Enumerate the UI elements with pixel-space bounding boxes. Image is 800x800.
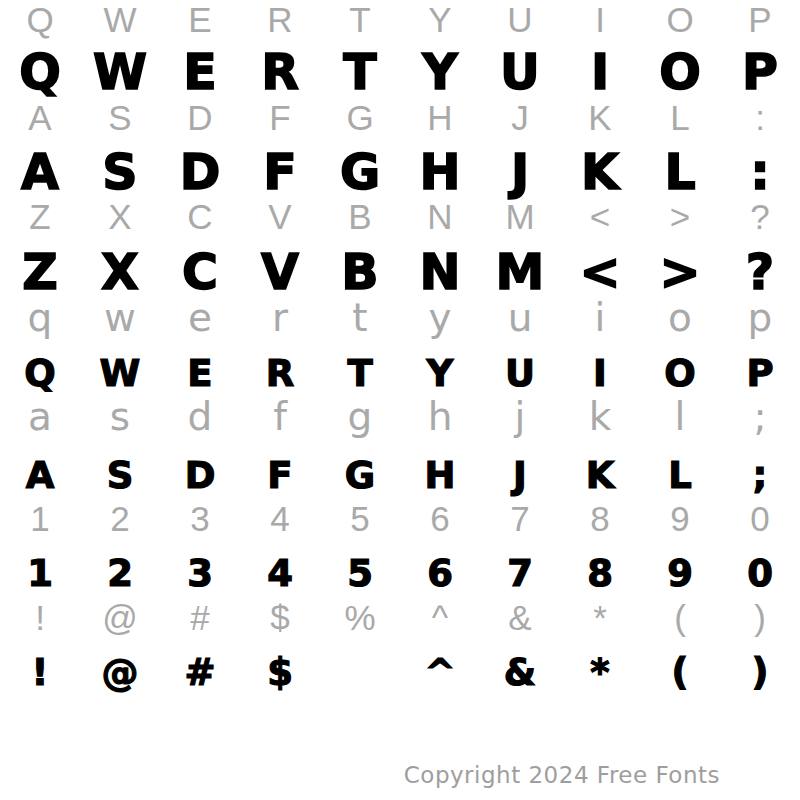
glyph-cell: u [480,298,560,337]
glyph-cell: Q [0,2,80,37]
glyph-cell: $ [240,600,320,635]
glyph-cell: q [0,298,80,337]
glyph-cell: 4 [240,501,320,536]
glyph-cell: U [480,355,560,392]
glyph-cell: C [160,199,240,234]
glyph-cell: Y [400,48,480,97]
glyph-cell: : [720,100,800,135]
glyph-cell: l [640,397,720,436]
glyph-cell: I [560,48,640,97]
glyph-cell: N [400,248,480,297]
glyph-cell: E [160,355,240,392]
glyph-cell: Q [0,355,80,392]
glyph-cell: 3 [160,555,240,592]
glyph-row-14: !@#$^&*() [0,654,800,691]
glyph-cell: S [80,148,160,197]
glyph-cell: R [240,355,320,392]
glyph-row-11: 1234567890 [0,501,800,536]
glyph-cell: J [480,457,560,494]
glyph-cell: G [320,100,400,135]
glyph-cell: A [0,457,80,494]
glyph-row-9: asdfghjkl; [0,397,800,436]
glyph-cell: P [720,355,800,392]
glyph-cell: O [640,355,720,392]
glyph-cell: ( [640,654,720,691]
glyph-cell: X [80,199,160,234]
glyph-cell: > [640,248,720,297]
glyph-row-3: ASDFGHJKL: [0,100,800,135]
glyph-cell: T [320,355,400,392]
glyph-cell: E [160,2,240,37]
glyph-cell: 9 [640,501,720,536]
glyph-cell: * [560,600,640,635]
glyph-cell: ( [640,600,720,635]
glyph-cell: L [640,457,720,494]
glyph-cell: B [320,248,400,297]
glyph-cell: X [80,248,160,297]
glyph-cell: B [320,199,400,234]
glyph-cell: ? [720,199,800,234]
glyph-cell: 0 [720,501,800,536]
glyph-cell: # [160,654,240,691]
glyph-row-6: ZXCVBNM<>? [0,248,800,297]
glyph-cell: K [560,457,640,494]
glyph-cell: & [480,600,560,635]
glyph-cell: R [240,48,320,97]
glyph-cell: G [320,148,400,197]
glyph-cell: p [720,298,800,337]
glyph-cell: 7 [480,501,560,536]
glyph-cell: Y [400,2,480,37]
glyph-cell: J [480,148,560,197]
glyph-cell: f [240,397,320,436]
glyph-cell [320,654,400,691]
glyph-cell: N [400,199,480,234]
glyph-cell: P [720,2,800,37]
glyph-cell: w [80,298,160,337]
glyph-cell: 3 [160,501,240,536]
glyph-row-13: !@#$%^&*() [0,600,800,635]
glyph-cell: i [560,298,640,337]
glyph-row-1: QWERTYUIOP [0,2,800,37]
glyph-cell: 6 [400,501,480,536]
glyph-cell: < [560,248,640,297]
glyph-cell: ) [720,654,800,691]
glyph-cell: T [320,2,400,37]
glyph-cell: % [320,600,400,635]
glyph-cell: Z [0,248,80,297]
glyph-cell: A [0,148,80,197]
glyph-cell: L [640,100,720,135]
glyph-cell: I [560,2,640,37]
glyph-cell: U [480,2,560,37]
glyph-cell: Y [400,355,480,392]
glyph-cell: ; [720,457,800,494]
glyph-cell: ! [0,654,80,691]
glyph-row-10: ASDFGHJKL; [0,457,800,494]
glyph-cell: 8 [560,555,640,592]
glyph-cell: O [640,2,720,37]
glyph-cell: J [480,100,560,135]
glyph-cell: ; [720,397,800,436]
glyph-cell: S [80,100,160,135]
glyph-cell: d [160,397,240,436]
glyph-cell: 0 [720,555,800,592]
glyph-cell: K [560,100,640,135]
glyph-cell: ) [720,600,800,635]
glyph-cell: D [160,457,240,494]
glyph-cell: 9 [640,555,720,592]
glyph-cell: C [160,248,240,297]
glyph-cell: Q [0,48,80,97]
copyright-text: Copyright 2024 Free Fonts [404,762,720,788]
glyph-row-8: QWERTYUIOP [0,355,800,392]
glyph-cell: @ [80,600,160,635]
glyph-cell: ! [0,600,80,635]
glyph-cell: o [640,298,720,337]
glyph-cell: U [480,48,560,97]
glyph-cell: # [160,600,240,635]
glyph-cell: W [80,2,160,37]
glyph-cell: M [480,199,560,234]
glyph-cell: y [400,298,480,337]
glyph-cell: Z [0,199,80,234]
glyph-cell: 8 [560,501,640,536]
glyph-cell: H [400,457,480,494]
glyph-cell: G [320,457,400,494]
glyph-cell: : [720,148,800,197]
glyph-cell: & [480,654,560,691]
glyph-cell: ^ [400,600,480,635]
glyph-cell: F [240,100,320,135]
glyph-cell: W [80,355,160,392]
glyph-cell: H [400,100,480,135]
glyph-row-12: 1234567890 [0,555,800,592]
glyph-cell: H [400,148,480,197]
glyph-cell: > [640,199,720,234]
glyph-cell: O [640,48,720,97]
glyph-cell: P [720,48,800,97]
glyph-cell: V [240,248,320,297]
glyph-cell: V [240,199,320,234]
glyph-cell: r [240,298,320,337]
glyph-cell: 5 [320,501,400,536]
glyph-cell: 1 [0,501,80,536]
glyph-cell: E [160,48,240,97]
glyph-cell: F [240,148,320,197]
glyph-cell: k [560,397,640,436]
glyph-cell: 2 [80,501,160,536]
glyph-cell: a [0,397,80,436]
glyph-cell: L [640,148,720,197]
glyph-cell: e [160,298,240,337]
glyph-cell: 1 [0,555,80,592]
glyph-cell: ^ [400,654,480,691]
glyph-cell: @ [80,654,160,691]
glyph-cell: S [80,457,160,494]
glyph-cell: s [80,397,160,436]
glyph-cell: j [480,397,560,436]
glyph-cell: g [320,397,400,436]
glyph-cell: 2 [80,555,160,592]
glyph-cell: h [400,397,480,436]
glyph-cell: W [80,48,160,97]
glyph-row-7: qwertyuiop [0,298,800,337]
glyph-cell: M [480,248,560,297]
glyph-row-5: ZXCVBNM<>? [0,199,800,234]
glyph-cell: T [320,48,400,97]
glyph-cell: R [240,2,320,37]
glyph-cell: < [560,199,640,234]
glyph-cell: D [160,100,240,135]
glyph-cell: 7 [480,555,560,592]
glyph-cell: 6 [400,555,480,592]
font-specimen-sheet: QWERTYUIOPQWERTYUIOPASDFGHJKL:ASDFGHJKL:… [0,0,800,800]
glyph-row-2: QWERTYUIOP [0,48,800,97]
glyph-cell: $ [240,654,320,691]
glyph-cell: I [560,355,640,392]
glyph-cell: F [240,457,320,494]
glyph-cell: t [320,298,400,337]
glyph-cell: ? [720,248,800,297]
glyph-cell: 4 [240,555,320,592]
glyph-cell: * [560,654,640,691]
glyph-cell: 5 [320,555,400,592]
glyph-row-4: ASDFGHJKL: [0,148,800,197]
glyph-cell: D [160,148,240,197]
glyph-cell: K [560,148,640,197]
glyph-cell: A [0,100,80,135]
